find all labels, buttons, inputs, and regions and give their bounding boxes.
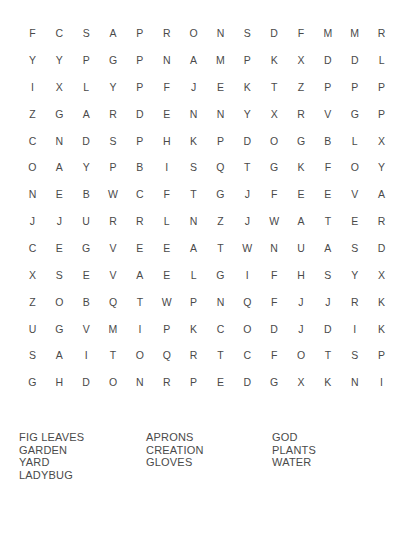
grid-cell-r9c10[interactable]: N (261, 235, 288, 262)
grid-cell-r1c14[interactable]: R (368, 20, 395, 47)
grid-cell-r10c8[interactable]: G (207, 262, 234, 289)
grid-cell-r12c10[interactable]: D (261, 315, 288, 342)
grid-cell-r3c2[interactable]: X (46, 74, 73, 101)
grid-cell-r8c6[interactable]: L (153, 208, 180, 235)
grid-cell-r3c5[interactable]: P (126, 74, 153, 101)
grid-cell-r9c13[interactable]: S (341, 235, 368, 262)
grid-cell-r13c6[interactable]: Q (153, 342, 180, 369)
grid-cell-r14c9[interactable]: D (234, 369, 261, 396)
grid-cell-r5c4[interactable]: S (100, 127, 127, 154)
grid-cell-r8c1[interactable]: J (19, 208, 46, 235)
grid-cell-r11c7[interactable]: P (180, 289, 207, 316)
grid-cell-r8c10[interactable]: W (261, 208, 288, 235)
grid-cell-r5c13[interactable]: L (341, 127, 368, 154)
grid-cell-r4c7[interactable]: N (180, 101, 207, 128)
grid-cell-r13c12[interactable]: T (314, 342, 341, 369)
grid-cell-r6c6[interactable]: I (153, 154, 180, 181)
grid-cell-r13c8[interactable]: T (207, 342, 234, 369)
grid-cell-r9c12[interactable]: A (314, 235, 341, 262)
grid-cell-r5c10[interactable]: O (261, 127, 288, 154)
grid-cell-r9c11[interactable]: U (288, 235, 315, 262)
grid-cell-r4c14[interactable]: P (368, 101, 395, 128)
grid-cell-r7c2[interactable]: E (46, 181, 73, 208)
grid-cell-r5c1[interactable]: C (19, 127, 46, 154)
grid-cell-r8c14[interactable]: R (368, 208, 395, 235)
grid-cell-r1c6[interactable]: R (153, 20, 180, 47)
grid-cell-r14c6[interactable]: R (153, 369, 180, 396)
grid-cell-r11c3[interactable]: B (73, 289, 100, 316)
grid-cell-r4c5[interactable]: D (126, 101, 153, 128)
grid-cell-r3c3[interactable]: L (73, 74, 100, 101)
grid-cell-r12c6[interactable]: P (153, 315, 180, 342)
grid-cell-r13c11[interactable]: O (288, 342, 315, 369)
grid-cell-r1c7[interactable]: O (180, 20, 207, 47)
word-list: FIG LEAVESGARDENYARDLADYBUG APRONSCREATI… (19, 431, 397, 495)
grid-cell-r3c12[interactable]: P (314, 74, 341, 101)
grid-cell-r1c12[interactable]: M (314, 20, 341, 47)
grid-cell-r12c8[interactable]: C (207, 315, 234, 342)
grid-cell-r12c3[interactable]: V (73, 315, 100, 342)
grid-cell-r11c8[interactable]: N (207, 289, 234, 316)
grid-cell-r6c10[interactable]: G (261, 154, 288, 181)
grid-cell-r9c2[interactable]: E (46, 235, 73, 262)
grid-cell-r7c12[interactable]: E (314, 181, 341, 208)
grid-cell-r11c11[interactable]: J (288, 289, 315, 316)
grid-cell-r1c2[interactable]: C (46, 20, 73, 47)
word-list-item: FIG LEAVES (19, 431, 84, 444)
grid-cell-r13c10[interactable]: F (261, 342, 288, 369)
grid-cell-r10c10[interactable]: F (261, 262, 288, 289)
grid-cell-r10c14[interactable]: X (368, 262, 395, 289)
grid-cell-r13c14[interactable]: P (368, 342, 395, 369)
grid-cell-r14c11[interactable]: X (288, 369, 315, 396)
grid-cell-r10c9[interactable]: I (234, 262, 261, 289)
grid-cell-r13c3[interactable]: I (73, 342, 100, 369)
word-search-page: FCSAPRONSDFMMRYYPGPNAMPKXDDLIXLYPFJEKTZP… (0, 0, 416, 543)
grid-cell-r14c10[interactable]: G (261, 369, 288, 396)
grid-cell-r12c14[interactable]: K (368, 315, 395, 342)
grid-cell-r6c11[interactable]: K (288, 154, 315, 181)
grid-cell-r6c1[interactable]: O (19, 154, 46, 181)
grid-cell-r2c5[interactable]: P (126, 47, 153, 74)
grid-cell-r14c13[interactable]: N (341, 369, 368, 396)
grid-cell-r11c6[interactable]: W (153, 289, 180, 316)
grid-cell-r6c13[interactable]: O (341, 154, 368, 181)
grid-cell-r10c5[interactable]: A (126, 262, 153, 289)
grid-cell-r12c12[interactable]: D (314, 315, 341, 342)
grid-cell-r1c10[interactable]: D (261, 20, 288, 47)
grid-cell-r8c12[interactable]: T (314, 208, 341, 235)
grid-cell-r8c8[interactable]: Z (207, 208, 234, 235)
grid-cell-r7c13[interactable]: V (341, 181, 368, 208)
grid-cell-r2c3[interactable]: P (73, 47, 100, 74)
grid-cell-r8c2[interactable]: J (46, 208, 73, 235)
grid-cell-r9c9[interactable]: W (234, 235, 261, 262)
grid-cell-r5c11[interactable]: G (288, 127, 315, 154)
grid-cell-r14c4[interactable]: O (100, 369, 127, 396)
grid-cell-r4c9[interactable]: Y (234, 101, 261, 128)
grid-cell-r5c5[interactable]: P (126, 127, 153, 154)
word-list-column-3: GODPLANTSWATER (272, 431, 316, 469)
grid-cell-r10c7[interactable]: L (180, 262, 207, 289)
grid-cell-r3c11[interactable]: Z (288, 74, 315, 101)
grid-cell-r14c8[interactable]: E (207, 369, 234, 396)
grid-cell-r12c2[interactable]: G (46, 315, 73, 342)
grid-cell-r2c12[interactable]: D (314, 47, 341, 74)
grid-cell-r8c5[interactable]: R (126, 208, 153, 235)
grid-cell-r7c14[interactable]: A (368, 181, 395, 208)
grid-cell-r10c4[interactable]: V (100, 262, 127, 289)
grid-cell-r8c7[interactable]: N (180, 208, 207, 235)
grid-cell-r4c13[interactable]: G (341, 101, 368, 128)
grid-cell-r11c13[interactable]: R (341, 289, 368, 316)
grid-cell-r9c6[interactable]: E (153, 235, 180, 262)
grid-cell-r4c8[interactable]: N (207, 101, 234, 128)
grid-cell-r7c4[interactable]: W (100, 181, 127, 208)
grid-cell-r10c12[interactable]: S (314, 262, 341, 289)
grid-cell-r3c7[interactable]: J (180, 74, 207, 101)
grid-cell-r14c7[interactable]: P (180, 369, 207, 396)
grid-cell-r10c13[interactable]: Y (341, 262, 368, 289)
grid-cell-r7c11[interactable]: E (288, 181, 315, 208)
grid-cell-r14c1[interactable]: G (19, 369, 46, 396)
grid-cell-r3c1[interactable]: I (19, 74, 46, 101)
grid-cell-r14c3[interactable]: D (73, 369, 100, 396)
grid-cell-r11c5[interactable]: T (126, 289, 153, 316)
grid-cell-r6c7[interactable]: S (180, 154, 207, 181)
grid-cell-r2c8[interactable]: M (207, 47, 234, 74)
grid-cell-r10c3[interactable]: E (73, 262, 100, 289)
grid-cell-r13c1[interactable]: S (19, 342, 46, 369)
grid-cell-r7c1[interactable]: N (19, 181, 46, 208)
grid-cell-r1c13[interactable]: M (341, 20, 368, 47)
grid-cell-r3c4[interactable]: Y (100, 74, 127, 101)
word-list-item: WATER (272, 456, 316, 469)
word-list-item: GARDEN (19, 444, 84, 457)
grid-cell-r12c1[interactable]: U (19, 315, 46, 342)
grid-cell-r8c4[interactable]: R (100, 208, 127, 235)
grid-cell-r4c11[interactable]: R (288, 101, 315, 128)
letter-grid: FCSAPRONSDFMMRYYPGPNAMPKXDDLIXLYPFJEKTZP… (19, 20, 395, 396)
grid-cell-r1c3[interactable]: S (73, 20, 100, 47)
grid-cell-r14c5[interactable]: N (126, 369, 153, 396)
grid-cell-r12c11[interactable]: J (288, 315, 315, 342)
grid-cell-r1c4[interactable]: A (100, 20, 127, 47)
grid-cell-r11c10[interactable]: F (261, 289, 288, 316)
grid-cell-r9c3[interactable]: G (73, 235, 100, 262)
grid-cell-r8c9[interactable]: J (234, 208, 261, 235)
grid-cell-r2c6[interactable]: N (153, 47, 180, 74)
grid-cell-r11c4[interactable]: Q (100, 289, 127, 316)
word-list-column-1: FIG LEAVESGARDENYARDLADYBUG (19, 431, 84, 482)
grid-cell-r12c5[interactable]: I (126, 315, 153, 342)
grid-cell-r1c9[interactable]: S (234, 20, 261, 47)
grid-cell-r2c2[interactable]: Y (46, 47, 73, 74)
grid-cell-r13c2[interactable]: A (46, 342, 73, 369)
grid-cell-r10c2[interactable]: S (46, 262, 73, 289)
grid-cell-r3c8[interactable]: E (207, 74, 234, 101)
grid-cell-r13c7[interactable]: R (180, 342, 207, 369)
grid-cell-r9c1[interactable]: C (19, 235, 46, 262)
word-list-item: GLOVES (146, 456, 204, 469)
grid-cell-r6c3[interactable]: Y (73, 154, 100, 181)
grid-cell-r8c13[interactable]: E (341, 208, 368, 235)
grid-cell-r13c5[interactable]: O (126, 342, 153, 369)
word-list-item: GOD (272, 431, 316, 444)
grid-cell-r13c4[interactable]: T (100, 342, 127, 369)
grid-cell-r12c7[interactable]: K (180, 315, 207, 342)
grid-cell-r11c2[interactable]: O (46, 289, 73, 316)
word-list-item: YARD (19, 456, 84, 469)
grid-cell-r1c8[interactable]: N (207, 20, 234, 47)
grid-cell-r11c14[interactable]: K (368, 289, 395, 316)
grid-cell-r10c11[interactable]: H (288, 262, 315, 289)
grid-cell-r2c7[interactable]: A (180, 47, 207, 74)
grid-cell-r3c6[interactable]: F (153, 74, 180, 101)
grid-cell-r5c9[interactable]: D (234, 127, 261, 154)
grid-cell-r8c3[interactable]: U (73, 208, 100, 235)
grid-cell-r9c4[interactable]: V (100, 235, 127, 262)
grid-cell-r4c10[interactable]: X (261, 101, 288, 128)
grid-cell-r1c11[interactable]: F (288, 20, 315, 47)
grid-cell-r14c2[interactable]: H (46, 369, 73, 396)
grid-cell-r10c1[interactable]: X (19, 262, 46, 289)
grid-cell-r9c7[interactable]: A (180, 235, 207, 262)
grid-cell-r13c13[interactable]: S (341, 342, 368, 369)
word-list-item: CREATION (146, 444, 204, 457)
grid-cell-r7c8[interactable]: G (207, 181, 234, 208)
word-list-item: PLANTS (272, 444, 316, 457)
grid-cell-r1c1[interactable]: F (19, 20, 46, 47)
grid-cell-r5c2[interactable]: N (46, 127, 73, 154)
grid-cell-r5c7[interactable]: K (180, 127, 207, 154)
grid-cell-r2c13[interactable]: D (341, 47, 368, 74)
grid-cell-r7c3[interactable]: B (73, 181, 100, 208)
grid-cell-r5c12[interactable]: B (314, 127, 341, 154)
grid-cell-r6c4[interactable]: P (100, 154, 127, 181)
grid-cell-r14c12[interactable]: K (314, 369, 341, 396)
grid-cell-r12c4[interactable]: M (100, 315, 127, 342)
grid-cell-r11c12[interactable]: J (314, 289, 341, 316)
grid-cell-r11c1[interactable]: Z (19, 289, 46, 316)
grid-cell-r7c5[interactable]: C (126, 181, 153, 208)
grid-cell-r8c11[interactable]: A (288, 208, 315, 235)
word-list-item: LADYBUG (19, 469, 84, 482)
grid-cell-r3c10[interactable]: T (261, 74, 288, 101)
grid-cell-r11c9[interactable]: Q (234, 289, 261, 316)
grid-cell-r12c13[interactable]: I (341, 315, 368, 342)
grid-cell-r5c3[interactable]: D (73, 127, 100, 154)
grid-cell-r2c1[interactable]: Y (19, 47, 46, 74)
grid-cell-r5c14[interactable]: X (368, 127, 395, 154)
grid-cell-r4c6[interactable]: E (153, 101, 180, 128)
grid-cell-r4c3[interactable]: A (73, 101, 100, 128)
grid-cell-r3c9[interactable]: K (234, 74, 261, 101)
grid-cell-r2c4[interactable]: G (100, 47, 127, 74)
word-list-column-2: APRONSCREATIONGLOVES (146, 431, 204, 469)
grid-cell-r2c10[interactable]: K (261, 47, 288, 74)
grid-cell-r3c14[interactable]: P (368, 74, 395, 101)
grid-cell-r7c10[interactable]: F (261, 181, 288, 208)
grid-cell-r7c7[interactable]: T (180, 181, 207, 208)
grid-cell-r6c9[interactable]: T (234, 154, 261, 181)
grid-cell-r7c6[interactable]: F (153, 181, 180, 208)
grid-cell-r9c8[interactable]: T (207, 235, 234, 262)
grid-cell-r9c5[interactable]: E (126, 235, 153, 262)
grid-cell-r2c14[interactable]: L (368, 47, 395, 74)
grid-cell-r5c8[interactable]: P (207, 127, 234, 154)
grid-cell-r4c4[interactable]: R (100, 101, 127, 128)
grid-cell-r6c2[interactable]: A (46, 154, 73, 181)
grid-cell-r4c1[interactable]: Z (19, 101, 46, 128)
grid-cell-r6c14[interactable]: Y (368, 154, 395, 181)
grid-cell-r1c5[interactable]: P (126, 20, 153, 47)
grid-cell-r2c9[interactable]: P (234, 47, 261, 74)
grid-cell-r9c14[interactable]: D (368, 235, 395, 262)
word-list-item: APRONS (146, 431, 204, 444)
grid-cell-r10c6[interactable]: E (153, 262, 180, 289)
grid-cell-r6c8[interactable]: Q (207, 154, 234, 181)
grid-cell-r14c14[interactable]: I (368, 369, 395, 396)
grid-cell-r7c9[interactable]: J (234, 181, 261, 208)
grid-cell-r12c9[interactable]: O (234, 315, 261, 342)
grid-cell-r2c11[interactable]: X (288, 47, 315, 74)
grid-cell-r6c5[interactable]: B (126, 154, 153, 181)
grid-cell-r4c12[interactable]: V (314, 101, 341, 128)
grid-cell-r6c12[interactable]: F (314, 154, 341, 181)
grid-cell-r13c9[interactable]: C (234, 342, 261, 369)
grid-cell-r3c13[interactable]: P (341, 74, 368, 101)
grid-cell-r5c6[interactable]: H (153, 127, 180, 154)
grid-cell-r4c2[interactable]: G (46, 101, 73, 128)
